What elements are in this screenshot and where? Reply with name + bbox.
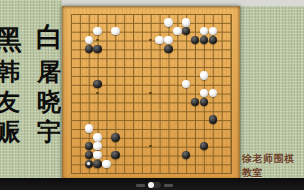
black-stone — [209, 36, 217, 44]
white-stone — [93, 151, 101, 159]
black-stone — [93, 45, 101, 53]
white-stone — [200, 27, 208, 35]
white-stone — [93, 27, 101, 35]
white-player-name: 屠晓宇 — [36, 57, 62, 147]
white-stone — [155, 36, 163, 44]
black-stone — [182, 151, 190, 159]
black-stone — [93, 160, 101, 168]
white-stone — [200, 89, 208, 97]
black-stone — [200, 98, 208, 106]
white-stone — [182, 18, 190, 26]
white-stone — [85, 36, 93, 44]
white-stone — [173, 27, 181, 35]
star-point — [149, 145, 152, 148]
white-stone — [111, 27, 119, 35]
black-stone — [85, 142, 93, 150]
black-stone — [200, 142, 208, 150]
white-stone — [164, 36, 172, 44]
white-stone — [164, 18, 172, 26]
watermark-text: 徐老师围棋教室 — [242, 152, 304, 180]
black-stone — [191, 36, 199, 44]
black-stone — [111, 151, 119, 159]
left-caption-blob — [136, 184, 145, 187]
white-player-label: 白 — [36, 22, 62, 52]
black-stone — [164, 45, 172, 53]
white-stone — [93, 133, 101, 141]
star-point — [96, 92, 99, 95]
right-caption-blob — [164, 184, 173, 187]
white-stone — [200, 71, 208, 79]
black-stone — [209, 115, 217, 123]
board-intersections — [67, 9, 235, 177]
white-stone — [209, 89, 217, 97]
black-stone — [200, 36, 208, 44]
black-stone — [85, 160, 93, 168]
star-point — [96, 39, 99, 42]
bottom-bar — [0, 178, 304, 190]
black-player-label: 黑 — [0, 25, 21, 55]
toggle-knob-icon — [148, 182, 154, 188]
go-board — [62, 6, 240, 179]
video-frame: 黑 韩友赈 白 屠晓宇 徐老师围棋教室 — [0, 0, 304, 190]
star-point — [149, 39, 152, 42]
black-stone — [93, 80, 101, 88]
black-player-name: 韩友赈 — [0, 57, 21, 147]
last-move-marker — [87, 162, 90, 165]
black-stone — [85, 151, 93, 159]
white-stone — [182, 80, 190, 88]
black-stone — [191, 98, 199, 106]
black-stone — [182, 27, 190, 35]
black-stone — [111, 133, 119, 141]
white-stone — [85, 124, 93, 132]
white-stone — [209, 27, 217, 35]
color-toggle[interactable] — [148, 182, 161, 188]
player-controls[interactable] — [136, 182, 173, 188]
white-stone — [93, 142, 101, 150]
black-stone — [85, 45, 93, 53]
star-point — [149, 92, 152, 95]
white-stone — [102, 160, 110, 168]
